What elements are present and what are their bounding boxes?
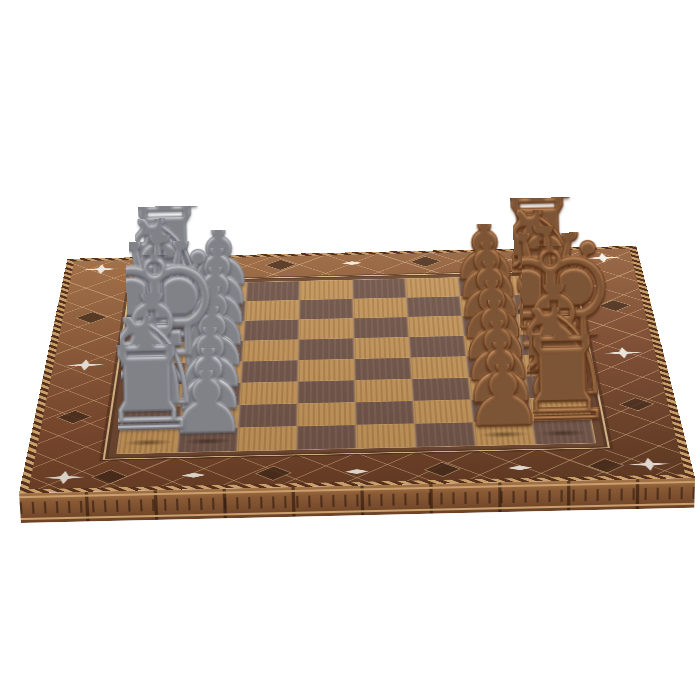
perspective-container: ♜♞♝♛♚♝♞♜♟♟♟♟♟♟♟♟♟♟♟♟♟♟♟♟♜♞♝♛♚♝♞♜ — [0, 0, 700, 700]
pawn-glyph: ♟ — [461, 347, 546, 441]
square-c4 — [299, 318, 354, 339]
square-a6 — [405, 278, 460, 298]
chess-set-photo: ♜♞♝♛♚♝♞♜♟♟♟♟♟♟♟♟♟♟♟♟♟♟♟♟♜♞♝♛♚♝♞♜ — [0, 0, 700, 700]
rook-glyph: ♜ — [89, 320, 206, 450]
square-c5 — [353, 317, 409, 338]
square-c3 — [243, 319, 299, 340]
square-b3 — [245, 300, 300, 321]
square-a5 — [352, 279, 406, 299]
board-tilt-wrapper: ♜♞♝♛♚♝♞♜♟♟♟♟♟♟♟♟♟♟♟♟♟♟♟♟♜♞♝♛♚♝♞♜ — [0, 0, 700, 700]
square-b5 — [353, 298, 408, 319]
square-d5 — [354, 337, 410, 359]
chess-board: ♜♞♝♛♚♝♞♜♟♟♟♟♟♟♟♟♟♟♟♟♟♟♟♟♜♞♝♛♚♝♞♜ — [19, 246, 695, 493]
piece-white-rook-h1: ♜ — [116, 344, 178, 445]
square-b6 — [406, 296, 462, 317]
square-d4 — [298, 338, 354, 360]
board-surface: ♜♞♝♛♚♝♞♜♟♟♟♟♟♟♟♟♟♟♟♟♟♟♟♟♜♞♝♛♚♝♞♜ — [19, 246, 695, 493]
piece-black-pawn-h7: ♟ — [473, 363, 534, 436]
square-a4 — [299, 280, 352, 300]
square-b4 — [299, 299, 353, 320]
square-a3 — [246, 281, 300, 301]
